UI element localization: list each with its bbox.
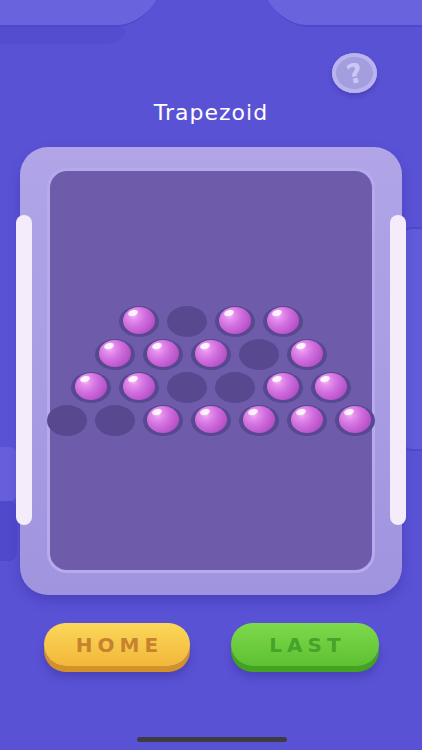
hole-with-peg[interactable]: [263, 306, 303, 337]
right-edge-decor-tab: [404, 227, 422, 451]
peg-row: [119, 306, 303, 337]
peg[interactable]: [315, 373, 347, 400]
peg[interactable]: [267, 307, 299, 334]
help-button[interactable]: ?: [332, 53, 377, 93]
peg[interactable]: [75, 373, 107, 400]
hole-with-peg[interactable]: [191, 405, 231, 436]
peg[interactable]: [291, 340, 323, 367]
hole-with-peg[interactable]: [95, 339, 135, 370]
hole-with-peg[interactable]: [143, 405, 183, 436]
top-left-decor-band: [0, 0, 168, 25]
peg[interactable]: [219, 307, 251, 334]
question-mark-icon: ?: [344, 58, 366, 88]
home-indicator-bar[interactable]: [137, 737, 287, 742]
hole-with-peg[interactable]: [239, 405, 279, 436]
peg[interactable]: [147, 340, 179, 367]
hole-with-peg[interactable]: [191, 339, 231, 370]
hole-with-peg[interactable]: [143, 339, 183, 370]
hole-with-peg[interactable]: [215, 306, 255, 337]
top-left-decor-strip: [0, 27, 128, 44]
empty-hole[interactable]: [239, 339, 279, 370]
empty-hole[interactable]: [215, 372, 255, 403]
home-button[interactable]: HOME: [44, 623, 190, 666]
hole-with-peg[interactable]: [311, 372, 351, 403]
peg-board: [47, 168, 375, 573]
level-title: Trapezoid: [0, 100, 422, 125]
empty-hole[interactable]: [95, 405, 135, 436]
peg[interactable]: [195, 340, 227, 367]
left-edge-decor-tab-light: [0, 447, 17, 501]
hole-with-peg[interactable]: [263, 372, 303, 403]
empty-hole[interactable]: [167, 372, 207, 403]
peg[interactable]: [267, 373, 299, 400]
peg-row: [95, 339, 327, 370]
top-right-decor-band: [256, 0, 422, 25]
peg-row: [47, 405, 375, 436]
peg[interactable]: [243, 406, 275, 433]
peg-row: [71, 372, 351, 403]
peg[interactable]: [339, 406, 371, 433]
peg[interactable]: [123, 307, 155, 334]
hole-with-peg[interactable]: [335, 405, 375, 436]
peg[interactable]: [291, 406, 323, 433]
peg[interactable]: [99, 340, 131, 367]
hole-with-peg[interactable]: [119, 306, 159, 337]
last-button[interactable]: LAST: [231, 623, 379, 666]
peg[interactable]: [195, 406, 227, 433]
hole-with-peg[interactable]: [71, 372, 111, 403]
hole-with-peg[interactable]: [287, 339, 327, 370]
peg[interactable]: [123, 373, 155, 400]
left-edge-decor-tab-dark: [0, 501, 17, 561]
empty-hole[interactable]: [167, 306, 207, 337]
right-side-handle: [390, 215, 406, 525]
hole-with-peg[interactable]: [287, 405, 327, 436]
peg[interactable]: [147, 406, 179, 433]
left-side-handle: [16, 215, 32, 525]
hole-with-peg[interactable]: [119, 372, 159, 403]
empty-hole[interactable]: [47, 405, 87, 436]
